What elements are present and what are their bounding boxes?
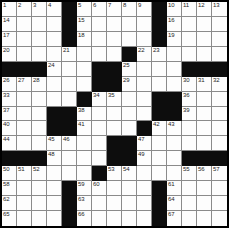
- clue-number: 57: [213, 166, 219, 173]
- cell-r2c6[interactable]: 15: [77, 17, 92, 32]
- black-square-r11c3: [32, 151, 47, 166]
- black-square-r3c5: [62, 32, 77, 47]
- black-square-r11c2: [17, 151, 32, 166]
- cell-r1c15[interactable]: 13: [212, 2, 227, 17]
- black-square-r9c10: [137, 121, 152, 136]
- cell-r5c5[interactable]: [62, 62, 77, 77]
- black-square-r14c5: [62, 196, 77, 211]
- clue-number: 12: [198, 2, 204, 9]
- cell-r4c4[interactable]: [47, 47, 62, 62]
- cell-r14c4[interactable]: [47, 196, 62, 211]
- cell-r14c15[interactable]: [212, 196, 227, 211]
- cell-r9c15[interactable]: [212, 121, 227, 136]
- cell-r6c9[interactable]: 29: [122, 77, 137, 92]
- cell-r4c13[interactable]: [182, 47, 197, 62]
- black-square-r6c8: [107, 77, 122, 92]
- black-square-r11c15: [212, 151, 227, 166]
- cell-r15c15[interactable]: [212, 211, 227, 226]
- cell-r3c14[interactable]: [197, 32, 212, 47]
- cell-r3c2[interactable]: [17, 32, 32, 47]
- cell-r7c7[interactable]: 34: [92, 92, 107, 107]
- clue-number: 7: [108, 2, 111, 9]
- cell-r9c8[interactable]: [107, 121, 122, 136]
- cell-r1c4[interactable]: 4: [47, 2, 62, 17]
- clue-number: 6: [93, 2, 96, 9]
- black-square-r10c8: [107, 136, 122, 151]
- black-square-r9c4: [47, 121, 62, 136]
- black-square-r5c1: [2, 62, 17, 77]
- cell-r3c4[interactable]: [47, 32, 62, 47]
- cell-r6c11[interactable]: [152, 77, 167, 92]
- cell-r8c9[interactable]: [122, 107, 137, 122]
- cell-r1c6[interactable]: 5: [77, 2, 92, 17]
- clue-number: 15: [78, 17, 84, 24]
- black-square-r5c7: [92, 62, 107, 77]
- black-square-r9c5: [62, 121, 77, 136]
- cell-r4c15[interactable]: [212, 47, 227, 62]
- cell-r14c2[interactable]: [17, 196, 32, 211]
- cell-r6c3[interactable]: 28: [32, 77, 47, 92]
- cell-r1c14[interactable]: 12: [197, 2, 212, 17]
- cell-r12c14[interactable]: 56: [197, 166, 212, 181]
- cell-r7c9[interactable]: [122, 92, 137, 107]
- black-square-r6c7: [92, 77, 107, 92]
- black-square-r15c5: [62, 211, 77, 226]
- cell-r7c10[interactable]: [137, 92, 152, 107]
- cell-r1c9[interactable]: 8: [122, 2, 137, 17]
- cell-r5c6[interactable]: [77, 62, 92, 77]
- cell-r2c14[interactable]: [197, 17, 212, 32]
- cell-r7c8[interactable]: 35: [107, 92, 122, 107]
- cell-r9c11[interactable]: 42: [152, 121, 167, 136]
- clue-number: 45: [48, 136, 54, 143]
- clue-number: 9: [138, 2, 141, 9]
- cell-r15c8[interactable]: [107, 211, 122, 226]
- clue-number: 54: [123, 166, 129, 173]
- cell-r5c11[interactable]: [152, 62, 167, 77]
- cell-r7c5[interactable]: [62, 92, 77, 107]
- cell-r3c6[interactable]: 18: [77, 32, 92, 47]
- clue-number: 17: [3, 32, 9, 39]
- cell-r7c14[interactable]: [197, 92, 212, 107]
- clue-number: 8: [123, 2, 126, 9]
- cell-r10c1[interactable]: 44: [2, 136, 17, 151]
- cell-r10c10[interactable]: 47: [137, 136, 152, 151]
- cell-r2c4[interactable]: [47, 17, 62, 32]
- cell-r2c3[interactable]: [32, 17, 47, 32]
- clue-number: 11: [183, 2, 189, 9]
- cell-r2c15[interactable]: [212, 17, 227, 32]
- cell-r1c7[interactable]: 6: [92, 2, 107, 17]
- cell-r2c9[interactable]: [122, 17, 137, 32]
- cell-r4c1[interactable]: 20: [2, 47, 17, 62]
- cell-r1c8[interactable]: 7: [107, 2, 122, 17]
- cell-r8c8[interactable]: [107, 107, 122, 122]
- black-square-r11c13: [182, 151, 197, 166]
- cell-r14c1[interactable]: 62: [2, 196, 17, 211]
- clue-number: 32: [213, 77, 219, 84]
- cell-r6c12[interactable]: [167, 77, 182, 92]
- black-square-r11c14: [197, 151, 212, 166]
- cell-r3c13[interactable]: [182, 32, 197, 47]
- black-square-r2c11: [152, 17, 167, 32]
- clue-number: 60: [93, 181, 99, 188]
- black-square-r14c11: [152, 196, 167, 211]
- clue-number: 43: [168, 121, 174, 128]
- clue-number: 48: [48, 151, 54, 158]
- cell-r2c13[interactable]: [182, 17, 197, 32]
- black-square-r5c15: [212, 62, 227, 77]
- black-square-r7c11: [152, 92, 167, 107]
- black-square-r10c9: [122, 136, 137, 151]
- cell-r7c4[interactable]: [47, 92, 62, 107]
- clue-number: 3: [33, 2, 36, 9]
- cell-r1c10[interactable]: 9: [137, 2, 152, 17]
- cell-r14c13[interactable]: [182, 196, 197, 211]
- cell-r9c14[interactable]: [197, 121, 212, 136]
- cell-r10c3[interactable]: [32, 136, 47, 151]
- cell-r4c14[interactable]: [197, 47, 212, 62]
- cell-r3c8[interactable]: [107, 32, 122, 47]
- cell-r10c2[interactable]: [17, 136, 32, 151]
- cell-r11c6[interactable]: [77, 151, 92, 166]
- cell-r8c13[interactable]: 39: [182, 107, 197, 122]
- black-square-r1c5: [62, 2, 77, 17]
- clue-number: 58: [3, 181, 9, 188]
- clue-number: 18: [78, 32, 84, 39]
- cell-r15c10[interactable]: [137, 211, 152, 226]
- cell-r8c3[interactable]: [32, 107, 47, 122]
- crossword-board: 1234567891011121314151617181920212223242…: [0, 0, 229, 228]
- clue-number: 19: [168, 32, 174, 39]
- black-square-r7c12: [167, 92, 182, 107]
- clue-number: 27: [18, 77, 24, 84]
- black-square-r8c5: [62, 107, 77, 122]
- cell-r12c4[interactable]: [47, 166, 62, 181]
- cell-r2c12[interactable]: 16: [167, 17, 182, 32]
- cell-r1c13[interactable]: 11: [182, 2, 197, 17]
- black-square-r8c11: [152, 107, 167, 122]
- clue-number: 23: [153, 47, 159, 54]
- clue-number: 21: [63, 47, 69, 54]
- cell-r7c2[interactable]: [17, 92, 32, 107]
- clue-number: 67: [168, 211, 174, 218]
- clue-number: 2: [18, 2, 21, 9]
- cell-r13c9[interactable]: [122, 181, 137, 196]
- clue-number: 62: [3, 196, 9, 203]
- cell-r15c2[interactable]: [17, 211, 32, 226]
- black-square-r13c5: [62, 181, 77, 196]
- cell-r12c12[interactable]: [167, 166, 182, 181]
- black-square-r11c1: [2, 151, 17, 166]
- clue-number: 41: [78, 121, 84, 128]
- cell-r14c8[interactable]: [107, 196, 122, 211]
- cell-r7c15[interactable]: [212, 92, 227, 107]
- clue-number: 38: [78, 107, 84, 114]
- cell-r6c14[interactable]: 31: [197, 77, 212, 92]
- cell-r6c15[interactable]: 32: [212, 77, 227, 92]
- cell-r3c9[interactable]: [122, 32, 137, 47]
- cell-r4c5[interactable]: 21: [62, 47, 77, 62]
- cell-r15c3[interactable]: [32, 211, 47, 226]
- cell-r7c13[interactable]: 36: [182, 92, 197, 107]
- cell-r2c2[interactable]: [17, 17, 32, 32]
- cell-r2c8[interactable]: [107, 17, 122, 32]
- cell-r10c6[interactable]: [77, 136, 92, 151]
- clue-number: 61: [168, 181, 174, 188]
- cell-r3c15[interactable]: [212, 32, 227, 47]
- black-square-r1c11: [152, 2, 167, 17]
- black-square-r8c12: [167, 107, 182, 122]
- cell-r10c4[interactable]: 45: [47, 136, 62, 151]
- cell-r14c10[interactable]: [137, 196, 152, 211]
- cell-r15c9[interactable]: [122, 211, 137, 226]
- clue-number: 52: [33, 166, 39, 173]
- cell-r13c15[interactable]: [212, 181, 227, 196]
- cell-r9c13[interactable]: [182, 121, 197, 136]
- cell-r11c5[interactable]: [62, 151, 77, 166]
- clue-number: 59: [78, 181, 84, 188]
- cell-r11c11[interactable]: [152, 151, 167, 166]
- cell-r3c12[interactable]: 19: [167, 32, 182, 47]
- clue-number: 50: [3, 166, 9, 173]
- cell-r4c12[interactable]: [167, 47, 182, 62]
- black-square-r12c7: [92, 166, 107, 181]
- cell-r14c6[interactable]: 63: [77, 196, 92, 211]
- black-square-r5c13: [182, 62, 197, 77]
- black-square-r11c8: [107, 151, 122, 166]
- cell-r13c3[interactable]: [32, 181, 47, 196]
- cell-r4c10[interactable]: 22: [137, 47, 152, 62]
- cell-r12c8[interactable]: 53: [107, 166, 122, 181]
- cell-r15c7[interactable]: [92, 211, 107, 226]
- cell-r2c10[interactable]: [137, 17, 152, 32]
- cell-r6c10[interactable]: [137, 77, 152, 92]
- clue-number: 66: [78, 211, 84, 218]
- clue-number: 46: [63, 136, 69, 143]
- clue-number: 49: [138, 151, 144, 158]
- cell-r12c15[interactable]: 57: [212, 166, 227, 181]
- cell-r13c14[interactable]: [197, 181, 212, 196]
- cell-r15c12[interactable]: 67: [167, 211, 182, 226]
- cell-r5c12[interactable]: [167, 62, 182, 77]
- black-square-r11c9: [122, 151, 137, 166]
- cell-r12c3[interactable]: 52: [32, 166, 47, 181]
- clue-number: 64: [168, 196, 174, 203]
- cell-r6c13[interactable]: 30: [182, 77, 197, 92]
- cell-r4c2[interactable]: [17, 47, 32, 62]
- cell-r8c10[interactable]: [137, 107, 152, 122]
- clue-number: 25: [123, 62, 129, 69]
- clue-number: 51: [18, 166, 24, 173]
- clue-number: 65: [3, 211, 9, 218]
- cell-r1c2[interactable]: 2: [17, 2, 32, 17]
- clue-number: 1: [3, 2, 6, 9]
- clue-number: 36: [183, 92, 189, 99]
- cell-r5c10[interactable]: [137, 62, 152, 77]
- black-square-r5c3: [32, 62, 47, 77]
- cell-r6c6[interactable]: [77, 77, 92, 92]
- cell-r13c12[interactable]: 61: [167, 181, 182, 196]
- cell-r5c4[interactable]: 24: [47, 62, 62, 77]
- cell-r3c3[interactable]: [32, 32, 47, 47]
- cell-r9c3[interactable]: [32, 121, 47, 136]
- cell-r14c9[interactable]: [122, 196, 137, 211]
- cell-r1c3[interactable]: 3: [32, 2, 47, 17]
- cell-r12c5[interactable]: [62, 166, 77, 181]
- cell-r12c1[interactable]: 50: [2, 166, 17, 181]
- cell-r10c7[interactable]: [92, 136, 107, 151]
- black-square-r13c11: [152, 181, 167, 196]
- cell-r7c1[interactable]: 33: [2, 92, 17, 107]
- clue-number: 30: [183, 77, 189, 84]
- black-square-r4c9: [122, 47, 137, 62]
- cell-r13c8[interactable]: [107, 181, 122, 196]
- clue-number: 4: [48, 2, 51, 9]
- cell-r10c14[interactable]: [197, 136, 212, 151]
- cell-r12c13[interactable]: 55: [182, 166, 197, 181]
- cell-r13c2[interactable]: [17, 181, 32, 196]
- cell-r14c3[interactable]: [32, 196, 47, 211]
- clue-number: 13: [213, 2, 219, 9]
- cell-r6c5[interactable]: [62, 77, 77, 92]
- cell-r8c15[interactable]: [212, 107, 227, 122]
- cell-r6c4[interactable]: [47, 77, 62, 92]
- cell-r14c14[interactable]: [197, 196, 212, 211]
- cell-r1c1[interactable]: 1: [2, 2, 17, 17]
- clue-number: 28: [33, 77, 39, 84]
- cell-r15c4[interactable]: [47, 211, 62, 226]
- cell-r13c4[interactable]: [47, 181, 62, 196]
- cell-r14c12[interactable]: 64: [167, 196, 182, 211]
- cell-r15c6[interactable]: 66: [77, 211, 92, 226]
- cell-r12c6[interactable]: [77, 166, 92, 181]
- clue-number: 22: [138, 47, 144, 54]
- cell-r5c9[interactable]: 25: [122, 62, 137, 77]
- clue-number: 29: [123, 77, 129, 84]
- cell-r9c9[interactable]: [122, 121, 137, 136]
- cell-r2c7[interactable]: [92, 17, 107, 32]
- cell-r3c10[interactable]: [137, 32, 152, 47]
- cell-r10c12[interactable]: [167, 136, 182, 151]
- cell-r3c1[interactable]: 17: [2, 32, 17, 47]
- clue-number: 24: [48, 62, 54, 69]
- clue-number: 44: [3, 136, 9, 143]
- cell-r11c7[interactable]: [92, 151, 107, 166]
- black-square-r8c4: [47, 107, 62, 122]
- clue-number: 16: [168, 17, 174, 24]
- cell-r13c6[interactable]: 59: [77, 181, 92, 196]
- cell-r12c11[interactable]: [152, 166, 167, 181]
- clue-number: 35: [108, 92, 114, 99]
- clue-number: 39: [183, 107, 189, 114]
- cell-r11c4[interactable]: 48: [47, 151, 62, 166]
- cell-r10c5[interactable]: 46: [62, 136, 77, 151]
- cell-r11c12[interactable]: [167, 151, 182, 166]
- clue-number: 31: [198, 77, 204, 84]
- cell-r8c6[interactable]: 38: [77, 107, 92, 122]
- clue-number: 14: [3, 17, 9, 24]
- cell-r8c1[interactable]: 37: [2, 107, 17, 122]
- cell-r15c13[interactable]: [182, 211, 197, 226]
- cell-r15c14[interactable]: [197, 211, 212, 226]
- cell-r13c7[interactable]: 60: [92, 181, 107, 196]
- cell-r14c7[interactable]: [92, 196, 107, 211]
- clue-number: 42: [153, 121, 159, 128]
- cell-r3c7[interactable]: [92, 32, 107, 47]
- cell-r9c2[interactable]: [17, 121, 32, 136]
- cell-r13c1[interactable]: 58: [2, 181, 17, 196]
- cell-r7c3[interactable]: [32, 92, 47, 107]
- cell-r13c13[interactable]: [182, 181, 197, 196]
- clue-number: 47: [138, 136, 144, 143]
- cell-r13c10[interactable]: [137, 181, 152, 196]
- clue-number: 56: [198, 166, 204, 173]
- cell-r11c10[interactable]: 49: [137, 151, 152, 166]
- clue-number: 37: [3, 107, 9, 114]
- cell-r4c11[interactable]: 23: [152, 47, 167, 62]
- cell-r4c3[interactable]: [32, 47, 47, 62]
- cell-r12c2[interactable]: 51: [17, 166, 32, 181]
- cell-r10c11[interactable]: [152, 136, 167, 151]
- cell-r9c6[interactable]: 41: [77, 121, 92, 136]
- cell-r12c9[interactable]: 54: [122, 166, 137, 181]
- black-square-r5c2: [17, 62, 32, 77]
- clue-number: 40: [3, 121, 9, 128]
- black-square-r5c14: [197, 62, 212, 77]
- black-square-r5c8: [107, 62, 122, 77]
- cell-r8c14[interactable]: [197, 107, 212, 122]
- clue-number: 34: [93, 92, 99, 99]
- cell-r4c7[interactable]: [92, 47, 107, 62]
- cell-r9c12[interactable]: 43: [167, 121, 182, 136]
- cell-r1c12[interactable]: 10: [167, 2, 182, 17]
- cell-r12c10[interactable]: [137, 166, 152, 181]
- cell-r15c1[interactable]: 65: [2, 211, 17, 226]
- clue-number: 20: [3, 47, 9, 54]
- cell-r9c1[interactable]: 40: [2, 121, 17, 136]
- cell-r4c6[interactable]: [77, 47, 92, 62]
- cell-r8c7[interactable]: [92, 107, 107, 122]
- cell-r10c15[interactable]: [212, 136, 227, 151]
- clue-number: 10: [168, 2, 174, 9]
- clue-number: 33: [3, 92, 9, 99]
- cell-r6c2[interactable]: 27: [17, 77, 32, 92]
- clue-number: 5: [78, 2, 81, 9]
- cell-r9c7[interactable]: [92, 121, 107, 136]
- cell-r2c1[interactable]: 14: [2, 17, 17, 32]
- cell-r4c8[interactable]: [107, 47, 122, 62]
- cell-r8c2[interactable]: [17, 107, 32, 122]
- clue-number: 26: [3, 77, 9, 84]
- black-square-r7c6: [77, 92, 92, 107]
- black-square-r2c5: [62, 17, 77, 32]
- black-square-r3c11: [152, 32, 167, 47]
- cell-r6c1[interactable]: 26: [2, 77, 17, 92]
- cell-r10c13[interactable]: [182, 136, 197, 151]
- clue-number: 55: [183, 166, 189, 173]
- clue-number: 53: [108, 166, 114, 173]
- black-square-r15c11: [152, 211, 167, 226]
- clue-number: 63: [78, 196, 84, 203]
